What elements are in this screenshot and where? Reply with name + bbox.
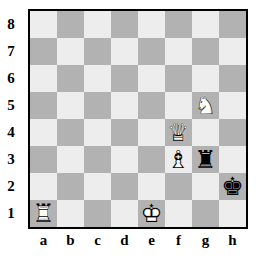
- square-c1[interactable]: [84, 200, 111, 227]
- file-label-e: e: [138, 229, 165, 251]
- rank-label-7: 7: [0, 38, 22, 65]
- piece-white-knight[interactable]: ♞♘: [192, 92, 219, 119]
- square-g4[interactable]: [192, 119, 219, 146]
- square-h1[interactable]: [219, 200, 246, 227]
- piece-outline-layer: ♔: [138, 200, 165, 227]
- piece-white-queen[interactable]: ♛♕: [165, 119, 192, 146]
- piece-white-king[interactable]: ♚♔: [138, 200, 165, 227]
- square-d2[interactable]: [111, 173, 138, 200]
- piece-white-bishop[interactable]: ♝♗: [165, 146, 192, 173]
- square-a8[interactable]: [30, 11, 57, 38]
- square-h8[interactable]: [219, 11, 246, 38]
- file-labels: abcdefgh: [30, 229, 246, 251]
- file-label-c: c: [84, 229, 111, 251]
- square-d6[interactable]: [111, 65, 138, 92]
- square-c8[interactable]: [84, 11, 111, 38]
- square-b7[interactable]: [57, 38, 84, 65]
- square-a2[interactable]: [30, 173, 57, 200]
- square-h3[interactable]: [219, 146, 246, 173]
- square-b3[interactable]: [57, 146, 84, 173]
- square-f1[interactable]: [165, 200, 192, 227]
- square-b4[interactable]: [57, 119, 84, 146]
- square-c4[interactable]: [84, 119, 111, 146]
- square-d5[interactable]: [111, 92, 138, 119]
- square-f8[interactable]: [165, 11, 192, 38]
- rank-label-4: 4: [0, 119, 22, 146]
- piece-fill-layer: ♞: [192, 92, 219, 119]
- square-e3[interactable]: [138, 146, 165, 173]
- file-label-g: g: [192, 229, 219, 251]
- rank-labels: 87654321: [0, 11, 28, 227]
- square-g1[interactable]: [192, 200, 219, 227]
- rank-label-8: 8: [0, 11, 22, 38]
- square-b6[interactable]: [57, 65, 84, 92]
- square-g2[interactable]: [192, 173, 219, 200]
- square-h7[interactable]: [219, 38, 246, 65]
- square-a1[interactable]: ♜♖: [30, 200, 57, 227]
- piece-black-king[interactable]: ♚: [219, 173, 246, 200]
- square-e7[interactable]: [138, 38, 165, 65]
- square-b1[interactable]: [57, 200, 84, 227]
- square-f7[interactable]: [165, 38, 192, 65]
- square-b8[interactable]: [57, 11, 84, 38]
- square-d8[interactable]: [111, 11, 138, 38]
- square-g5[interactable]: ♞♘: [192, 92, 219, 119]
- rank-label-3: 3: [0, 146, 22, 173]
- square-a3[interactable]: [30, 146, 57, 173]
- rank-label-1: 1: [0, 200, 22, 227]
- square-h5[interactable]: [219, 92, 246, 119]
- piece-outline-layer: ♘: [192, 92, 219, 119]
- piece-fill-layer: ♜: [30, 200, 57, 227]
- square-e5[interactable]: [138, 92, 165, 119]
- piece-outline-layer: ♖: [30, 200, 57, 227]
- square-d7[interactable]: [111, 38, 138, 65]
- square-h4[interactable]: [219, 119, 246, 146]
- square-e2[interactable]: [138, 173, 165, 200]
- square-e6[interactable]: [138, 65, 165, 92]
- square-a4[interactable]: [30, 119, 57, 146]
- square-g7[interactable]: [192, 38, 219, 65]
- rank-label-5: 5: [0, 92, 22, 119]
- square-e4[interactable]: [138, 119, 165, 146]
- file-label-a: a: [30, 229, 57, 251]
- square-f5[interactable]: [165, 92, 192, 119]
- square-c2[interactable]: [84, 173, 111, 200]
- piece-fill-layer: ♛: [165, 119, 192, 146]
- rank-label-2: 2: [0, 173, 22, 200]
- piece-white-rook[interactable]: ♜♖: [30, 200, 57, 227]
- square-g6[interactable]: [192, 65, 219, 92]
- square-d4[interactable]: [111, 119, 138, 146]
- file-label-f: f: [165, 229, 192, 251]
- square-g3[interactable]: ♜: [192, 146, 219, 173]
- piece-fill-layer: ♚: [138, 200, 165, 227]
- piece-black-rook[interactable]: ♜: [192, 146, 219, 173]
- square-f3[interactable]: ♝♗: [165, 146, 192, 173]
- piece-fill-layer: ♝: [165, 146, 192, 173]
- square-f2[interactable]: [165, 173, 192, 200]
- square-f4[interactable]: ♛♕: [165, 119, 192, 146]
- square-a5[interactable]: [30, 92, 57, 119]
- square-c7[interactable]: [84, 38, 111, 65]
- piece-outline-layer: ♗: [165, 146, 192, 173]
- square-a7[interactable]: [30, 38, 57, 65]
- square-d3[interactable]: [111, 146, 138, 173]
- square-c5[interactable]: [84, 92, 111, 119]
- square-b2[interactable]: [57, 173, 84, 200]
- square-c3[interactable]: [84, 146, 111, 173]
- file-label-d: d: [111, 229, 138, 251]
- square-h6[interactable]: [219, 65, 246, 92]
- square-a6[interactable]: [30, 65, 57, 92]
- square-h2[interactable]: ♚: [219, 173, 246, 200]
- square-g8[interactable]: [192, 11, 219, 38]
- chess-diagram: 87654321 ♞♘♛♕♝♗♜♚♜♖♚♔ abcdefgh: [0, 0, 256, 256]
- chess-board[interactable]: ♞♘♛♕♝♗♜♚♜♖♚♔: [28, 9, 248, 229]
- piece-outline-layer: ♕: [165, 119, 192, 146]
- square-e1[interactable]: ♚♔: [138, 200, 165, 227]
- square-e8[interactable]: [138, 11, 165, 38]
- square-b5[interactable]: [57, 92, 84, 119]
- rank-label-6: 6: [0, 65, 22, 92]
- piece-fill-layer: ♜: [192, 146, 219, 173]
- file-label-h: h: [219, 229, 246, 251]
- file-label-b: b: [57, 229, 84, 251]
- piece-fill-layer: ♚: [219, 173, 246, 200]
- square-f6[interactable]: [165, 65, 192, 92]
- square-c6[interactable]: [84, 65, 111, 92]
- square-d1[interactable]: [111, 200, 138, 227]
